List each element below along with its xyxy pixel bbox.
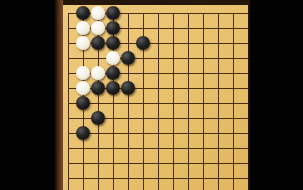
grid-line-vertical [233,13,234,190]
white-stone [91,66,105,80]
grid-line-horizontal [68,103,248,104]
black-stone [106,36,120,50]
go-board[interactable] [63,5,248,190]
go-board-rim [55,0,250,190]
white-stone [91,21,105,35]
black-stone [106,6,120,20]
white-stone [76,21,90,35]
black-stone [91,81,105,95]
black-stone [106,21,120,35]
black-stone [91,36,105,50]
white-stone [91,6,105,20]
board-edge [55,0,63,190]
black-stone [91,111,105,125]
grid-line-horizontal [68,133,248,134]
white-stone [76,36,90,50]
black-stone [76,126,90,140]
black-stone [121,51,135,65]
screenshot-stage [0,0,303,190]
black-stone [76,6,90,20]
grid-line-horizontal [68,178,248,179]
grid-line-horizontal [68,148,248,149]
black-stone [121,81,135,95]
black-stone [106,81,120,95]
white-stone [76,66,90,80]
black-stone [136,36,150,50]
white-stone [76,81,90,95]
black-stone [106,66,120,80]
white-stone [106,51,120,65]
grid-line-horizontal [68,163,248,164]
black-stone [76,96,90,110]
